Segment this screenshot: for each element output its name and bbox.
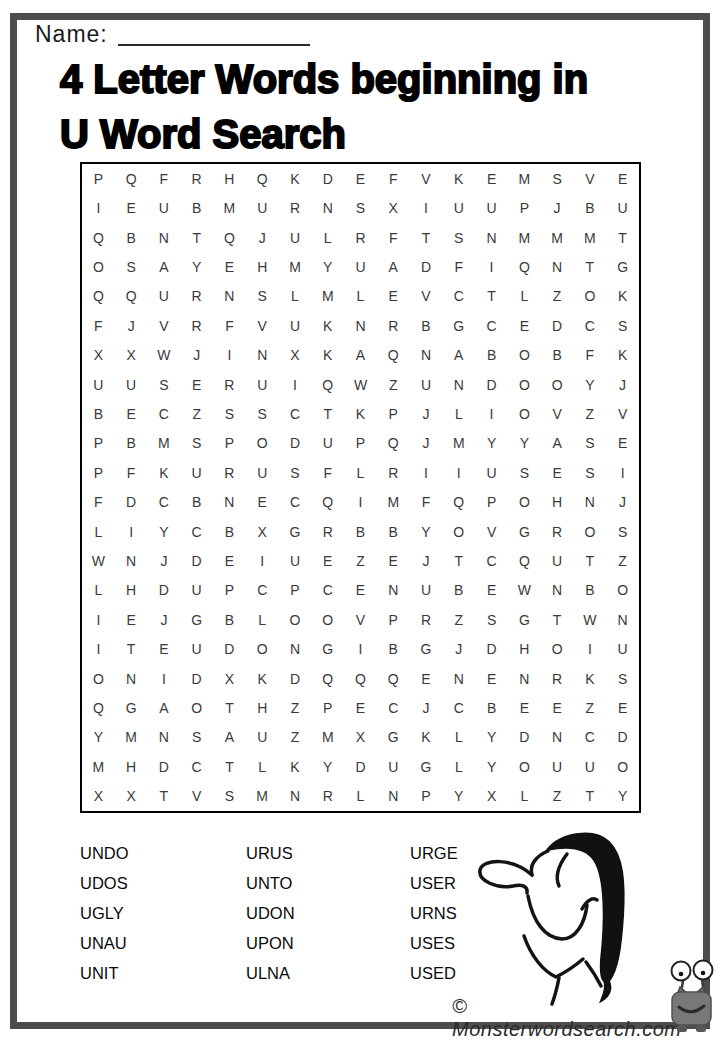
grid-cell-r3c2[interactable]: B: [115, 223, 148, 252]
grid-cell-r7c16[interactable]: F: [573, 340, 606, 369]
grid-cell-r21c15[interactable]: U: [541, 752, 574, 781]
grid-cell-r3c15[interactable]: M: [541, 223, 574, 252]
grid-cell-r22c13[interactable]: X: [475, 782, 508, 811]
word-list-item[interactable]: URNS: [410, 898, 458, 928]
grid-cell-r22c1[interactable]: X: [82, 782, 115, 811]
grid-cell-r16c3[interactable]: J: [148, 605, 181, 634]
grid-cell-r10c1[interactable]: P: [82, 429, 115, 458]
grid-cell-r15c5[interactable]: P: [213, 576, 246, 605]
grid-cell-r11c5[interactable]: R: [213, 458, 246, 487]
grid-cell-r2c12[interactable]: U: [442, 193, 475, 222]
grid-cell-r20c12[interactable]: L: [442, 723, 475, 752]
grid-cell-r4c6[interactable]: H: [246, 252, 279, 281]
grid-cell-r10c7[interactable]: D: [279, 429, 312, 458]
grid-cell-r1c5[interactable]: H: [213, 164, 246, 193]
grid-cell-r7c6[interactable]: N: [246, 340, 279, 369]
grid-cell-r19c16[interactable]: Z: [573, 693, 606, 722]
grid-cell-r19c14[interactable]: E: [508, 693, 541, 722]
grid-cell-r11c3[interactable]: K: [148, 458, 181, 487]
grid-cell-r17c10[interactable]: B: [377, 635, 410, 664]
grid-cell-r5c6[interactable]: S: [246, 282, 279, 311]
grid-cell-r13c13[interactable]: V: [475, 517, 508, 546]
grid-cell-r10c4[interactable]: S: [180, 429, 213, 458]
word-list-item[interactable]: UDOS: [80, 868, 129, 898]
grid-cell-r12c1[interactable]: F: [82, 487, 115, 516]
grid-cell-r4c14[interactable]: Q: [508, 252, 541, 281]
grid-cell-r7c7[interactable]: X: [279, 340, 312, 369]
grid-cell-r5c5[interactable]: N: [213, 282, 246, 311]
grid-cell-r22c16[interactable]: T: [573, 782, 606, 811]
grid-cell-r3c16[interactable]: M: [573, 223, 606, 252]
grid-cell-r18c3[interactable]: I: [148, 664, 181, 693]
grid-cell-r10c3[interactable]: M: [148, 429, 181, 458]
grid-cell-r15c4[interactable]: U: [180, 576, 213, 605]
grid-cell-r8c7[interactable]: I: [279, 370, 312, 399]
grid-cell-r16c10[interactable]: P: [377, 605, 410, 634]
grid-cell-r16c2[interactable]: E: [115, 605, 148, 634]
grid-cell-r10c10[interactable]: Q: [377, 429, 410, 458]
grid-cell-r17c12[interactable]: J: [442, 635, 475, 664]
grid-cell-r4c12[interactable]: F: [442, 252, 475, 281]
grid-cell-r6c3[interactable]: V: [148, 311, 181, 340]
grid-cell-r1c17[interactable]: E: [606, 164, 639, 193]
grid-cell-r8c17[interactable]: J: [606, 370, 639, 399]
grid-cell-r13c10[interactable]: B: [377, 517, 410, 546]
grid-cell-r15c12[interactable]: B: [442, 576, 475, 605]
grid-cell-r8c15[interactable]: O: [541, 370, 574, 399]
grid-cell-r3c6[interactable]: J: [246, 223, 279, 252]
grid-cell-r7c8[interactable]: K: [311, 340, 344, 369]
grid-cell-r9c6[interactable]: S: [246, 399, 279, 428]
grid-cell-r18c4[interactable]: D: [180, 664, 213, 693]
grid-cell-r16c4[interactable]: G: [180, 605, 213, 634]
grid-cell-r9c17[interactable]: V: [606, 399, 639, 428]
grid-cell-r1c3[interactable]: F: [148, 164, 181, 193]
grid-cell-r17c9[interactable]: I: [344, 635, 377, 664]
grid-cell-r14c5[interactable]: E: [213, 546, 246, 575]
grid-cell-r16c12[interactable]: Z: [442, 605, 475, 634]
grid-cell-r12c5[interactable]: N: [213, 487, 246, 516]
grid-cell-r22c15[interactable]: Z: [541, 782, 574, 811]
grid-cell-r22c17[interactable]: Y: [606, 782, 639, 811]
grid-cell-r12c6[interactable]: E: [246, 487, 279, 516]
grid-cell-r4c16[interactable]: T: [573, 252, 606, 281]
grid-cell-r2c17[interactable]: U: [606, 193, 639, 222]
grid-cell-r8c16[interactable]: Y: [573, 370, 606, 399]
grid-cell-r21c14[interactable]: O: [508, 752, 541, 781]
grid-cell-r10c15[interactable]: A: [541, 429, 574, 458]
grid-cell-r17c16[interactable]: I: [573, 635, 606, 664]
grid-cell-r8c14[interactable]: O: [508, 370, 541, 399]
grid-cell-r16c5[interactable]: B: [213, 605, 246, 634]
grid-cell-r16c14[interactable]: G: [508, 605, 541, 634]
grid-cell-r21c16[interactable]: U: [573, 752, 606, 781]
grid-cell-r11c17[interactable]: I: [606, 458, 639, 487]
grid-cell-r7c5[interactable]: I: [213, 340, 246, 369]
grid-cell-r8c5[interactable]: R: [213, 370, 246, 399]
grid-cell-r14c11[interactable]: J: [410, 546, 443, 575]
grid-cell-r7c15[interactable]: B: [541, 340, 574, 369]
grid-cell-r10c9[interactable]: P: [344, 429, 377, 458]
grid-cell-r18c10[interactable]: Q: [377, 664, 410, 693]
grid-cell-r3c5[interactable]: Q: [213, 223, 246, 252]
grid-cell-r7c17[interactable]: K: [606, 340, 639, 369]
word-list-item[interactable]: UDON: [246, 898, 295, 928]
grid-cell-r9c4[interactable]: Z: [180, 399, 213, 428]
grid-cell-r5c15[interactable]: Z: [541, 282, 574, 311]
grid-cell-r13c14[interactable]: G: [508, 517, 541, 546]
word-list-item[interactable]: ULNA: [246, 958, 295, 988]
grid-cell-r21c6[interactable]: L: [246, 752, 279, 781]
grid-cell-r21c10[interactable]: U: [377, 752, 410, 781]
grid-cell-r12c15[interactable]: H: [541, 487, 574, 516]
grid-cell-r6c5[interactable]: F: [213, 311, 246, 340]
grid-cell-r18c9[interactable]: Q: [344, 664, 377, 693]
grid-cell-r11c4[interactable]: U: [180, 458, 213, 487]
grid-cell-r10c16[interactable]: S: [573, 429, 606, 458]
grid-cell-r18c11[interactable]: E: [410, 664, 443, 693]
grid-cell-r20c16[interactable]: C: [573, 723, 606, 752]
grid-cell-r19c10[interactable]: C: [377, 693, 410, 722]
grid-cell-r18c1[interactable]: O: [82, 664, 115, 693]
grid-cell-r4c8[interactable]: Y: [311, 252, 344, 281]
grid-cell-r17c1[interactable]: I: [82, 635, 115, 664]
grid-cell-r18c2[interactable]: N: [115, 664, 148, 693]
grid-cell-r9c15[interactable]: V: [541, 399, 574, 428]
grid-cell-r10c8[interactable]: U: [311, 429, 344, 458]
grid-cell-r19c7[interactable]: Z: [279, 693, 312, 722]
grid-cell-r12c13[interactable]: P: [475, 487, 508, 516]
grid-cell-r15c10[interactable]: N: [377, 576, 410, 605]
grid-cell-r21c2[interactable]: H: [115, 752, 148, 781]
grid-cell-r14c13[interactable]: C: [475, 546, 508, 575]
grid-cell-r17c13[interactable]: D: [475, 635, 508, 664]
grid-cell-r3c8[interactable]: L: [311, 223, 344, 252]
grid-cell-r1c2[interactable]: Q: [115, 164, 148, 193]
grid-cell-r13c12[interactable]: O: [442, 517, 475, 546]
grid-cell-r13c7[interactable]: G: [279, 517, 312, 546]
grid-cell-r17c8[interactable]: G: [311, 635, 344, 664]
grid-cell-r13c6[interactable]: X: [246, 517, 279, 546]
grid-cell-r11c6[interactable]: U: [246, 458, 279, 487]
grid-cell-r15c14[interactable]: W: [508, 576, 541, 605]
grid-cell-r14c3[interactable]: J: [148, 546, 181, 575]
grid-cell-r20c5[interactable]: A: [213, 723, 246, 752]
grid-cell-r2c9[interactable]: S: [344, 193, 377, 222]
grid-cell-r1c12[interactable]: K: [442, 164, 475, 193]
grid-cell-r7c1[interactable]: X: [82, 340, 115, 369]
grid-cell-r18c17[interactable]: S: [606, 664, 639, 693]
grid-cell-r5c12[interactable]: C: [442, 282, 475, 311]
grid-cell-r14c16[interactable]: T: [573, 546, 606, 575]
grid-cell-r4c5[interactable]: E: [213, 252, 246, 281]
grid-cell-r11c2[interactable]: F: [115, 458, 148, 487]
grid-cell-r6c14[interactable]: E: [508, 311, 541, 340]
grid-cell-r21c11[interactable]: G: [410, 752, 443, 781]
grid-cell-r18c5[interactable]: X: [213, 664, 246, 693]
grid-cell-r2c5[interactable]: M: [213, 193, 246, 222]
grid-cell-r17c4[interactable]: U: [180, 635, 213, 664]
grid-cell-r10c5[interactable]: P: [213, 429, 246, 458]
grid-cell-r11c7[interactable]: S: [279, 458, 312, 487]
grid-cell-r2c2[interactable]: E: [115, 193, 148, 222]
grid-cell-r1c9[interactable]: E: [344, 164, 377, 193]
grid-cell-r12c10[interactable]: M: [377, 487, 410, 516]
grid-cell-r20c15[interactable]: N: [541, 723, 574, 752]
grid-cell-r21c8[interactable]: Y: [311, 752, 344, 781]
grid-cell-r18c8[interactable]: Q: [311, 664, 344, 693]
word-list-item[interactable]: UNIT: [80, 958, 129, 988]
grid-cell-r7c3[interactable]: W: [148, 340, 181, 369]
grid-cell-r20c6[interactable]: U: [246, 723, 279, 752]
grid-cell-r17c7[interactable]: N: [279, 635, 312, 664]
grid-cell-r6c12[interactable]: G: [442, 311, 475, 340]
grid-cell-r14c2[interactable]: N: [115, 546, 148, 575]
grid-cell-r9c3[interactable]: C: [148, 399, 181, 428]
grid-cell-r6c13[interactable]: C: [475, 311, 508, 340]
grid-cell-r5c7[interactable]: L: [279, 282, 312, 311]
grid-cell-r10c13[interactable]: Y: [475, 429, 508, 458]
grid-cell-r20c7[interactable]: Z: [279, 723, 312, 752]
grid-cell-r9c8[interactable]: T: [311, 399, 344, 428]
grid-cell-r5c2[interactable]: Q: [115, 282, 148, 311]
grid-cell-r22c14[interactable]: L: [508, 782, 541, 811]
grid-cell-r18c16[interactable]: K: [573, 664, 606, 693]
grid-cell-r5c11[interactable]: V: [410, 282, 443, 311]
grid-cell-r19c3[interactable]: A: [148, 693, 181, 722]
grid-cell-r8c3[interactable]: S: [148, 370, 181, 399]
grid-cell-r11c10[interactable]: R: [377, 458, 410, 487]
grid-cell-r10c14[interactable]: Y: [508, 429, 541, 458]
grid-cell-r20c3[interactable]: N: [148, 723, 181, 752]
grid-cell-r16c7[interactable]: O: [279, 605, 312, 634]
grid-cell-r7c14[interactable]: O: [508, 340, 541, 369]
grid-cell-r16c1[interactable]: I: [82, 605, 115, 634]
grid-cell-r9c13[interactable]: I: [475, 399, 508, 428]
grid-cell-r4c3[interactable]: A: [148, 252, 181, 281]
grid-cell-r2c3[interactable]: U: [148, 193, 181, 222]
grid-cell-r6c6[interactable]: V: [246, 311, 279, 340]
word-list-item[interactable]: URUS: [246, 838, 295, 868]
grid-cell-r7c9[interactable]: A: [344, 340, 377, 369]
grid-cell-r4c11[interactable]: D: [410, 252, 443, 281]
grid-cell-r10c11[interactable]: J: [410, 429, 443, 458]
grid-cell-r17c6[interactable]: O: [246, 635, 279, 664]
grid-cell-r19c9[interactable]: E: [344, 693, 377, 722]
grid-cell-r9c9[interactable]: K: [344, 399, 377, 428]
grid-cell-r14c17[interactable]: Z: [606, 546, 639, 575]
grid-cell-r11c8[interactable]: F: [311, 458, 344, 487]
grid-cell-r20c8[interactable]: M: [311, 723, 344, 752]
grid-cell-r4c1[interactable]: O: [82, 252, 115, 281]
grid-cell-r11c11[interactable]: I: [410, 458, 443, 487]
grid-cell-r13c1[interactable]: L: [82, 517, 115, 546]
grid-cell-r18c12[interactable]: N: [442, 664, 475, 693]
grid-cell-r12c17[interactable]: J: [606, 487, 639, 516]
grid-cell-r8c13[interactable]: D: [475, 370, 508, 399]
grid-cell-r15c1[interactable]: L: [82, 576, 115, 605]
grid-cell-r13c5[interactable]: B: [213, 517, 246, 546]
grid-cell-r10c6[interactable]: O: [246, 429, 279, 458]
grid-cell-r4c10[interactable]: A: [377, 252, 410, 281]
grid-cell-r7c12[interactable]: A: [442, 340, 475, 369]
grid-cell-r6c1[interactable]: F: [82, 311, 115, 340]
grid-cell-r17c15[interactable]: O: [541, 635, 574, 664]
grid-cell-r2c4[interactable]: B: [180, 193, 213, 222]
grid-cell-r7c2[interactable]: X: [115, 340, 148, 369]
grid-cell-r21c12[interactable]: L: [442, 752, 475, 781]
grid-cell-r20c14[interactable]: D: [508, 723, 541, 752]
grid-cell-r2c15[interactable]: J: [541, 193, 574, 222]
grid-cell-r16c13[interactable]: S: [475, 605, 508, 634]
grid-cell-r3c3[interactable]: N: [148, 223, 181, 252]
grid-cell-r19c12[interactable]: C: [442, 693, 475, 722]
grid-cell-r4c13[interactable]: I: [475, 252, 508, 281]
grid-cell-r20c9[interactable]: X: [344, 723, 377, 752]
grid-cell-r12c8[interactable]: Q: [311, 487, 344, 516]
grid-cell-r5c13[interactable]: T: [475, 282, 508, 311]
grid-cell-r2c1[interactable]: I: [82, 193, 115, 222]
grid-cell-r12c7[interactable]: C: [279, 487, 312, 516]
grid-cell-r14c1[interactable]: W: [82, 546, 115, 575]
grid-cell-r15c3[interactable]: D: [148, 576, 181, 605]
grid-cell-r9c10[interactable]: P: [377, 399, 410, 428]
word-list-item[interactable]: USED: [410, 958, 458, 988]
grid-cell-r6c17[interactable]: S: [606, 311, 639, 340]
grid-cell-r20c2[interactable]: M: [115, 723, 148, 752]
grid-cell-r14c8[interactable]: E: [311, 546, 344, 575]
grid-cell-r20c13[interactable]: Y: [475, 723, 508, 752]
grid-cell-r12c3[interactable]: C: [148, 487, 181, 516]
grid-cell-r9c5[interactable]: S: [213, 399, 246, 428]
grid-cell-r12c2[interactable]: D: [115, 487, 148, 516]
grid-cell-r5c9[interactable]: L: [344, 282, 377, 311]
grid-cell-r17c5[interactable]: D: [213, 635, 246, 664]
grid-cell-r22c6[interactable]: M: [246, 782, 279, 811]
grid-cell-r16c15[interactable]: T: [541, 605, 574, 634]
grid-cell-r2c11[interactable]: I: [410, 193, 443, 222]
grid-cell-r3c10[interactable]: F: [377, 223, 410, 252]
grid-cell-r20c17[interactable]: D: [606, 723, 639, 752]
grid-cell-r18c15[interactable]: R: [541, 664, 574, 693]
grid-cell-r10c12[interactable]: M: [442, 429, 475, 458]
grid-cell-r15c13[interactable]: E: [475, 576, 508, 605]
grid-cell-r12c4[interactable]: B: [180, 487, 213, 516]
grid-cell-r13c11[interactable]: Y: [410, 517, 443, 546]
grid-cell-r2c14[interactable]: P: [508, 193, 541, 222]
grid-cell-r6c8[interactable]: K: [311, 311, 344, 340]
grid-cell-r17c11[interactable]: G: [410, 635, 443, 664]
grid-cell-r13c9[interactable]: B: [344, 517, 377, 546]
grid-cell-r9c14[interactable]: O: [508, 399, 541, 428]
grid-cell-r9c12[interactable]: L: [442, 399, 475, 428]
grid-cell-r19c6[interactable]: H: [246, 693, 279, 722]
grid-cell-r8c8[interactable]: Q: [311, 370, 344, 399]
grid-cell-r7c10[interactable]: Q: [377, 340, 410, 369]
grid-cell-r14c7[interactable]: U: [279, 546, 312, 575]
grid-cell-r8c9[interactable]: W: [344, 370, 377, 399]
grid-cell-r5c4[interactable]: R: [180, 282, 213, 311]
grid-cell-r8c11[interactable]: U: [410, 370, 443, 399]
grid-cell-r15c2[interactable]: H: [115, 576, 148, 605]
grid-cell-r15c7[interactable]: P: [279, 576, 312, 605]
grid-cell-r19c1[interactable]: Q: [82, 693, 115, 722]
grid-cell-r8c6[interactable]: U: [246, 370, 279, 399]
grid-cell-r16c11[interactable]: R: [410, 605, 443, 634]
grid-cell-r6c16[interactable]: C: [573, 311, 606, 340]
grid-cell-r16c9[interactable]: V: [344, 605, 377, 634]
word-list-item[interactable]: UPON: [246, 928, 295, 958]
grid-cell-r2c8[interactable]: N: [311, 193, 344, 222]
grid-cell-r22c4[interactable]: V: [180, 782, 213, 811]
grid-cell-r8c4[interactable]: E: [180, 370, 213, 399]
grid-cell-r17c3[interactable]: E: [148, 635, 181, 664]
grid-cell-r6c10[interactable]: R: [377, 311, 410, 340]
grid-cell-r18c7[interactable]: D: [279, 664, 312, 693]
grid-cell-r22c9[interactable]: L: [344, 782, 377, 811]
grid-cell-r8c12[interactable]: N: [442, 370, 475, 399]
grid-cell-r13c15[interactable]: R: [541, 517, 574, 546]
grid-cell-r7c4[interactable]: J: [180, 340, 213, 369]
grid-cell-r15c15[interactable]: N: [541, 576, 574, 605]
grid-cell-r11c16[interactable]: S: [573, 458, 606, 487]
grid-cell-r6c7[interactable]: U: [279, 311, 312, 340]
grid-cell-r21c13[interactable]: Y: [475, 752, 508, 781]
grid-cell-r14c14[interactable]: Q: [508, 546, 541, 575]
grid-cell-r22c7[interactable]: N: [279, 782, 312, 811]
grid-cell-r13c2[interactable]: I: [115, 517, 148, 546]
grid-cell-r10c17[interactable]: E: [606, 429, 639, 458]
grid-cell-r22c2[interactable]: X: [115, 782, 148, 811]
grid-cell-r19c2[interactable]: G: [115, 693, 148, 722]
grid-cell-r5c14[interactable]: L: [508, 282, 541, 311]
grid-cell-r15c9[interactable]: E: [344, 576, 377, 605]
grid-cell-r19c11[interactable]: J: [410, 693, 443, 722]
grid-cell-r1c4[interactable]: R: [180, 164, 213, 193]
grid-cell-r12c9[interactable]: I: [344, 487, 377, 516]
grid-cell-r12c12[interactable]: Q: [442, 487, 475, 516]
grid-cell-r1c16[interactable]: V: [573, 164, 606, 193]
grid-cell-r6c4[interactable]: R: [180, 311, 213, 340]
grid-cell-r2c7[interactable]: R: [279, 193, 312, 222]
grid-cell-r21c7[interactable]: K: [279, 752, 312, 781]
grid-cell-r11c9[interactable]: L: [344, 458, 377, 487]
grid-cell-r16c8[interactable]: O: [311, 605, 344, 634]
grid-cell-r1c7[interactable]: K: [279, 164, 312, 193]
grid-cell-r5c17[interactable]: K: [606, 282, 639, 311]
grid-cell-r12c11[interactable]: F: [410, 487, 443, 516]
grid-cell-r20c1[interactable]: Y: [82, 723, 115, 752]
grid-cell-r4c2[interactable]: S: [115, 252, 148, 281]
grid-cell-r3c17[interactable]: T: [606, 223, 639, 252]
grid-cell-r15c6[interactable]: C: [246, 576, 279, 605]
grid-cell-r15c11[interactable]: U: [410, 576, 443, 605]
grid-cell-r11c13[interactable]: U: [475, 458, 508, 487]
grid-cell-r5c8[interactable]: M: [311, 282, 344, 311]
grid-cell-r13c17[interactable]: S: [606, 517, 639, 546]
grid-cell-r9c11[interactable]: J: [410, 399, 443, 428]
grid-cell-r5c3[interactable]: U: [148, 282, 181, 311]
grid-cell-r11c1[interactable]: P: [82, 458, 115, 487]
grid-cell-r16c16[interactable]: W: [573, 605, 606, 634]
grid-cell-r3c9[interactable]: R: [344, 223, 377, 252]
grid-cell-r13c3[interactable]: Y: [148, 517, 181, 546]
grid-cell-r13c4[interactable]: C: [180, 517, 213, 546]
grid-cell-r1c1[interactable]: P: [82, 164, 115, 193]
grid-cell-r17c14[interactable]: H: [508, 635, 541, 664]
grid-cell-r21c17[interactable]: O: [606, 752, 639, 781]
grid-cell-r14c9[interactable]: Z: [344, 546, 377, 575]
